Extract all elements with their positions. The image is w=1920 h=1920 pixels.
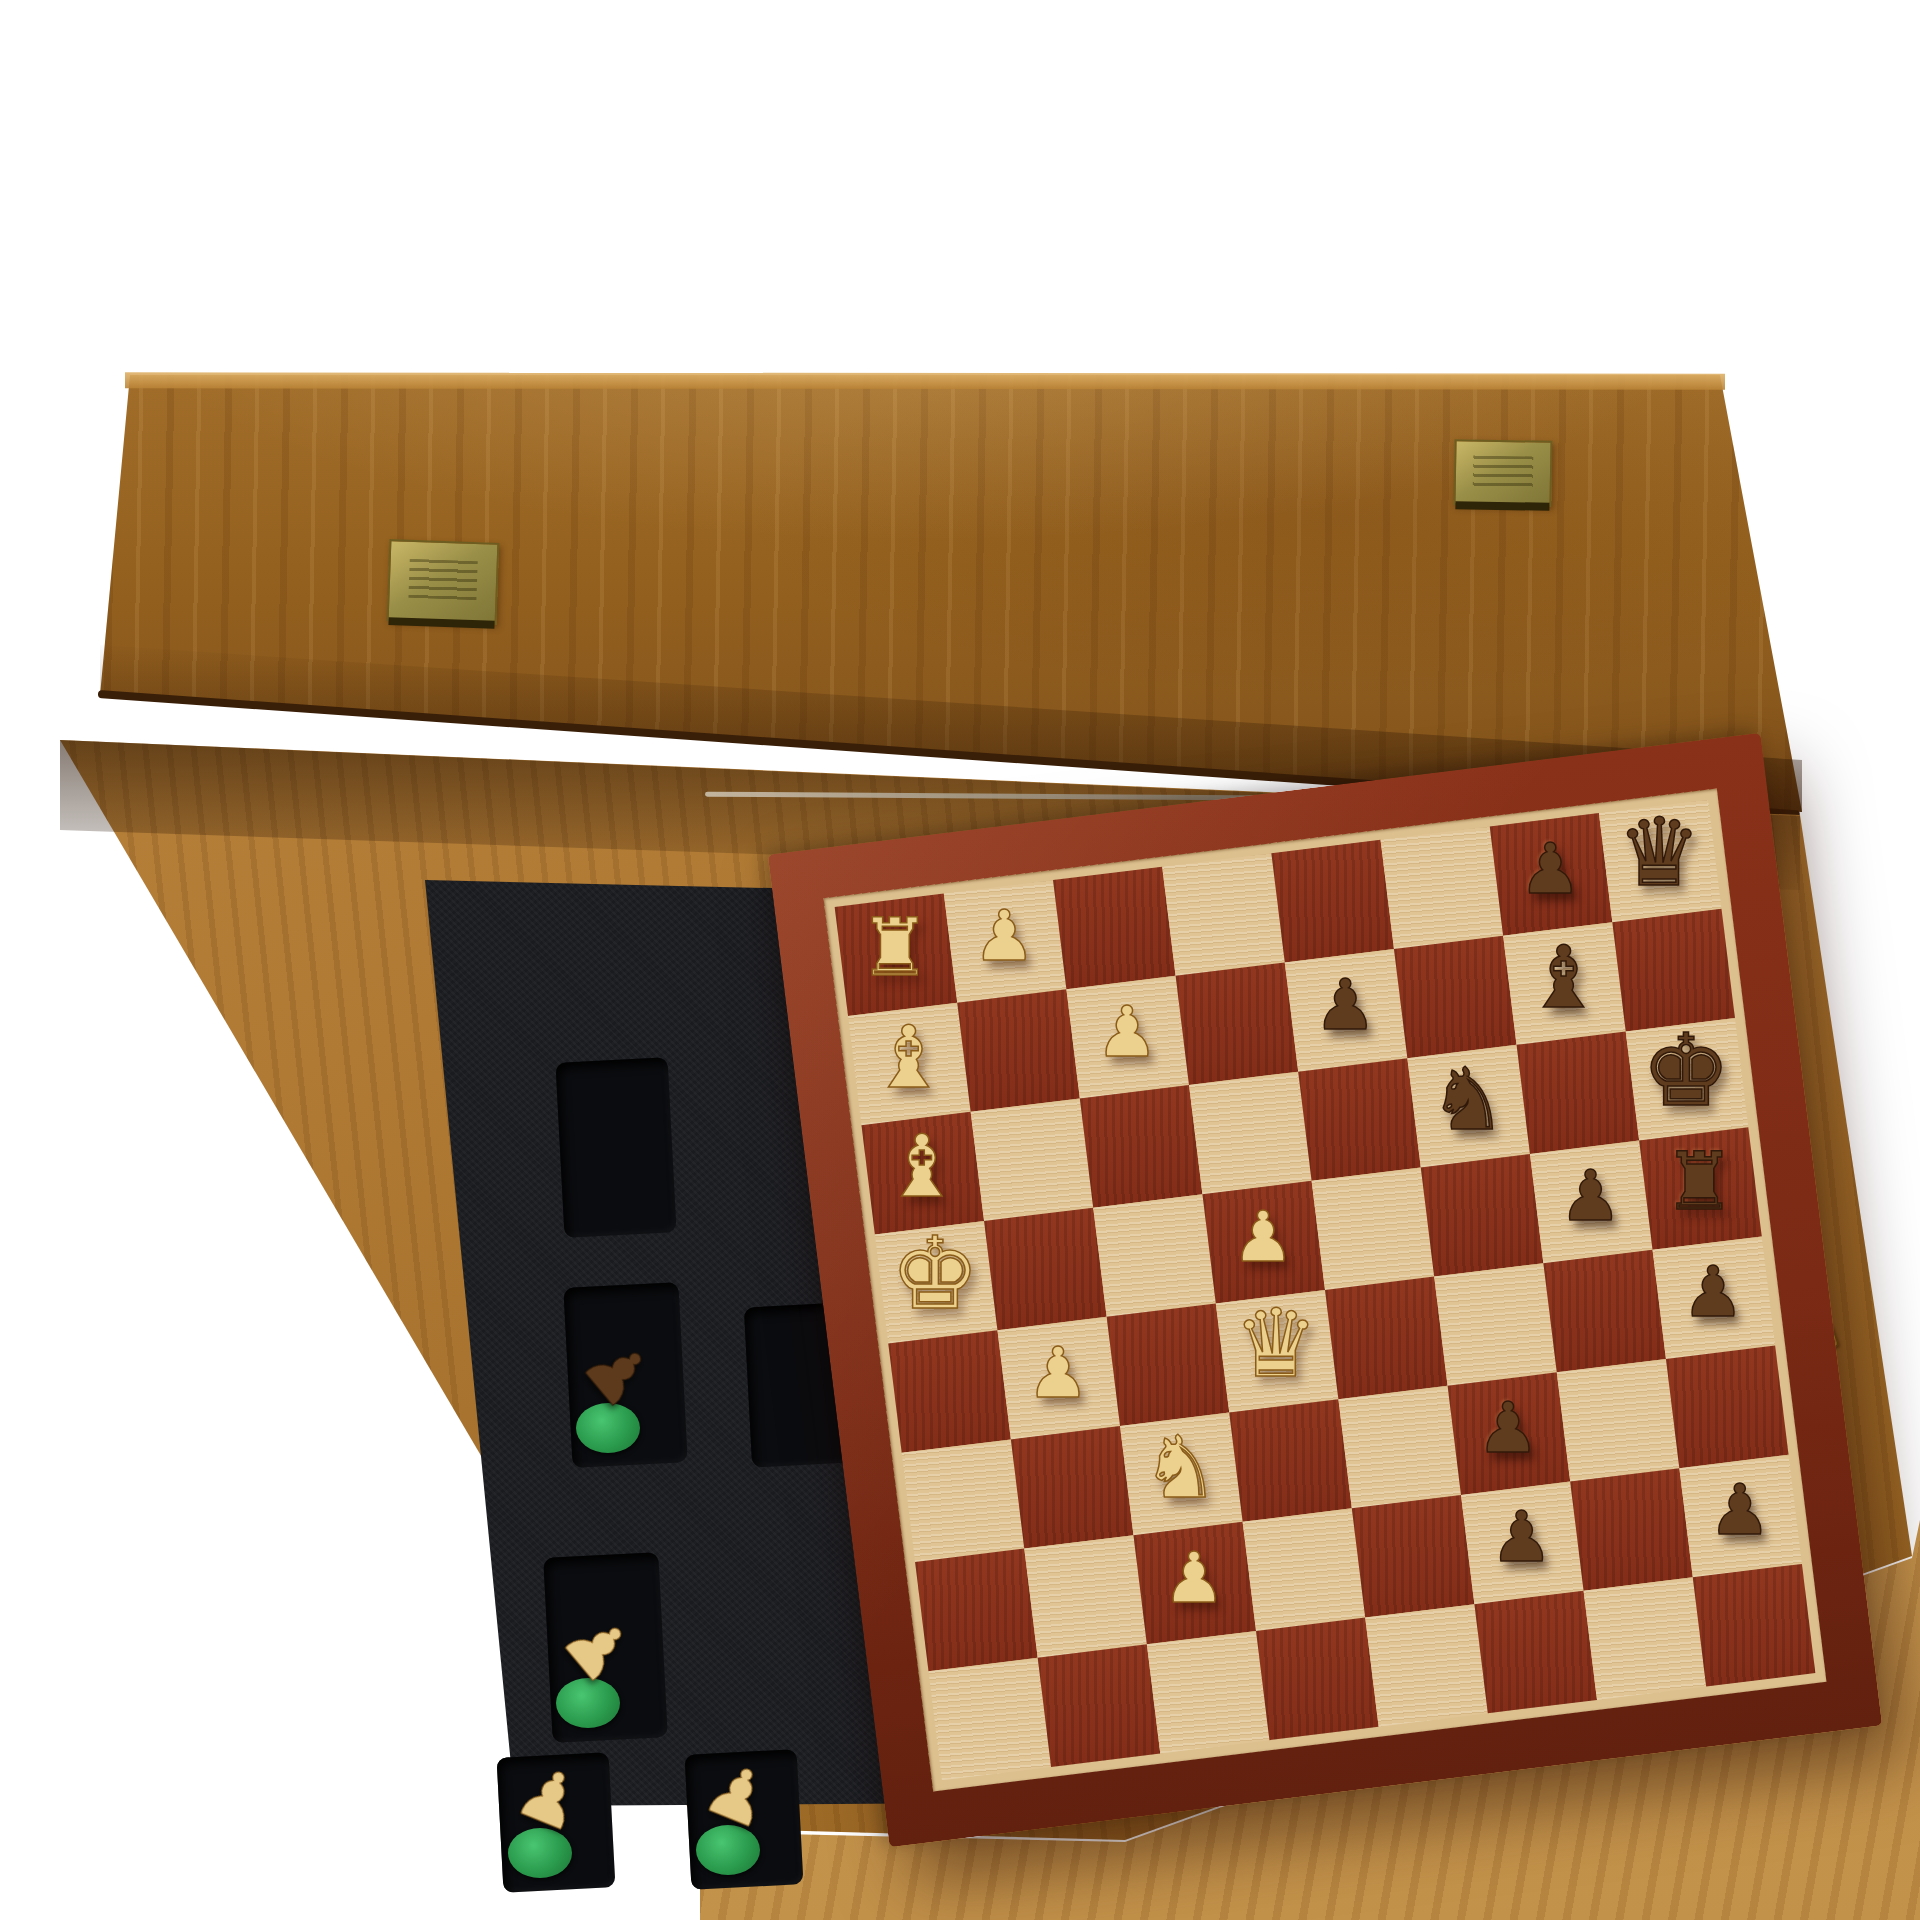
square-d2[interactable] — [984, 1208, 1107, 1331]
square-g4[interactable] — [1243, 1508, 1366, 1631]
piece-black-pawn-e8[interactable]: ♟ — [1682, 1257, 1745, 1327]
square-h4[interactable] — [1256, 1618, 1379, 1741]
square-b2[interactable] — [957, 989, 1080, 1112]
piece-black-pawn-b5[interactable]: ♟ — [1314, 970, 1377, 1040]
square-e6[interactable] — [1434, 1263, 1557, 1386]
square-d5[interactable] — [1312, 1167, 1435, 1290]
piece-black-pawn-d7[interactable]: ♟ — [1559, 1161, 1622, 1231]
square-e3[interactable] — [1107, 1303, 1230, 1426]
piece-black-pawn-f6[interactable]: ♟ — [1477, 1393, 1540, 1463]
piece-black-pawn-a7[interactable]: ♟ — [1519, 834, 1582, 904]
piece-white-knight-f3[interactable]: ♞ — [1142, 1424, 1219, 1510]
square-f2[interactable] — [1011, 1426, 1134, 1549]
square-h1[interactable] — [928, 1658, 1051, 1781]
scene: ♟♟♟♟ ♜♝♝♚♟♟♟♞♟♟♛♟♞♟♟♟♝♟♛♚♜♟♟ — [0, 0, 1920, 1920]
piece-white-bishop-b1[interactable]: ♝ — [870, 1014, 947, 1100]
square-g5[interactable] — [1352, 1495, 1475, 1618]
square-h5[interactable] — [1365, 1604, 1488, 1727]
piece-black-king-c8[interactable]: ♚ — [1641, 1021, 1731, 1121]
square-f8[interactable] — [1666, 1346, 1789, 1469]
foam-slot-1 — [555, 1057, 676, 1238]
piece-black-knight-c6[interactable]: ♞ — [1429, 1056, 1506, 1142]
square-e5[interactable] — [1325, 1277, 1448, 1400]
square-a4[interactable] — [1162, 853, 1285, 976]
square-g7[interactable] — [1570, 1468, 1693, 1591]
square-e7[interactable] — [1543, 1250, 1666, 1373]
square-c4[interactable] — [1189, 1072, 1312, 1195]
square-b6[interactable] — [1394, 936, 1517, 1059]
square-f7[interactable] — [1557, 1359, 1680, 1482]
square-h6[interactable] — [1474, 1591, 1597, 1714]
square-f1[interactable] — [902, 1439, 1025, 1562]
square-d6[interactable] — [1421, 1154, 1544, 1277]
chess-board: ♜♝♝♚♟♟♟♞♟♟♛♟♞♟♟♟♝♟♛♚♜♟♟ — [768, 733, 1882, 1847]
square-e1[interactable] — [888, 1330, 1011, 1453]
square-d3[interactable] — [1093, 1194, 1216, 1317]
square-g1[interactable] — [915, 1549, 1038, 1672]
piece-white-pawn-d4[interactable]: ♟ — [1232, 1202, 1295, 1272]
piece-black-pawn-g8[interactable]: ♟ — [1709, 1475, 1772, 1545]
piece-black-pawn-g6[interactable]: ♟ — [1490, 1502, 1553, 1572]
piece-white-bishop-c1[interactable]: ♝ — [883, 1123, 960, 1209]
board-grid: ♜♝♝♚♟♟♟♞♟♟♛♟♞♟♟♟♝♟♛♚♜♟♟ — [835, 800, 1816, 1781]
square-f4[interactable] — [1229, 1399, 1352, 1522]
piece-black-rook-d8[interactable]: ♜ — [1664, 1142, 1736, 1222]
square-h2[interactable] — [1038, 1644, 1161, 1767]
square-b4[interactable] — [1176, 962, 1299, 1085]
piece-black-bishop-b7[interactable]: ♝ — [1525, 934, 1602, 1020]
square-c5[interactable] — [1298, 1058, 1421, 1181]
square-c3[interactable] — [1080, 1085, 1203, 1208]
square-h3[interactable] — [1147, 1631, 1270, 1754]
square-f5[interactable] — [1338, 1386, 1461, 1509]
piece-white-pawn-g3[interactable]: ♟ — [1163, 1543, 1226, 1613]
square-a6[interactable] — [1381, 826, 1504, 949]
piece-white-pawn-e2[interactable]: ♟ — [1027, 1338, 1090, 1408]
square-h8[interactable] — [1693, 1564, 1816, 1687]
square-c2[interactable] — [971, 1098, 1094, 1221]
piece-white-pawn-b3[interactable]: ♟ — [1096, 997, 1159, 1067]
square-a5[interactable] — [1271, 840, 1394, 963]
square-a3[interactable] — [1053, 867, 1176, 990]
square-h7[interactable] — [1584, 1577, 1707, 1700]
piece-white-king-d1[interactable]: ♚ — [890, 1224, 980, 1324]
piece-black-queen-a8[interactable]: ♛ — [1617, 806, 1701, 900]
piece-white-queen-e4[interactable]: ♛ — [1234, 1297, 1318, 1391]
piece-white-rook-a1[interactable]: ♜ — [859, 908, 931, 988]
piece-white-pawn-a2[interactable]: ♟ — [973, 901, 1036, 971]
square-c7[interactable] — [1517, 1031, 1640, 1154]
square-g2[interactable] — [1024, 1535, 1147, 1658]
